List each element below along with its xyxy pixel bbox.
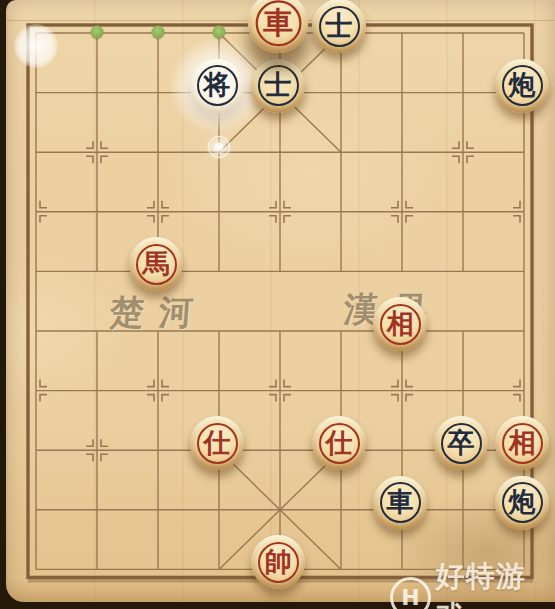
piece-ring: 相 bbox=[502, 423, 543, 464]
piece-ring: 車 bbox=[255, 0, 301, 46]
piece-glyph: 車 bbox=[387, 488, 414, 515]
piece-glyph: 仕 bbox=[204, 429, 231, 456]
watermark-logo-letter: H bbox=[401, 585, 419, 609]
ghost-highlight-circle bbox=[14, 24, 58, 68]
sparkle-effect bbox=[206, 134, 232, 160]
piece-red-elephant[interactable]: 相 bbox=[495, 416, 549, 470]
piece-ring: 馬 bbox=[136, 244, 177, 285]
piece-ring: 車 bbox=[380, 482, 421, 523]
piece-glyph: 馬 bbox=[143, 250, 170, 277]
piece-glyph: 炮 bbox=[509, 488, 536, 515]
piece-ring: 相 bbox=[380, 304, 421, 345]
piece-glyph: 士 bbox=[326, 12, 353, 39]
piece-ring: 仕 bbox=[319, 423, 360, 464]
piece-black-cannon[interactable]: 炮 bbox=[495, 476, 549, 530]
piece-ring: 士 bbox=[319, 6, 360, 47]
piece-black-advisor[interactable]: 士 bbox=[312, 0, 366, 53]
river-label-chu-he: 楚河 bbox=[108, 290, 209, 336]
piece-ring: 仕 bbox=[197, 423, 238, 464]
piece-black-chariot[interactable]: 車 bbox=[373, 476, 427, 530]
piece-glyph: 相 bbox=[509, 429, 536, 456]
piece-ring: 将 bbox=[197, 65, 238, 106]
piece-glyph: 車 bbox=[263, 7, 293, 37]
piece-ring: 炮 bbox=[502, 65, 543, 106]
watermark-logo-icon: H bbox=[390, 577, 431, 609]
piece-glyph: 仕 bbox=[326, 429, 353, 456]
move-target-dot[interactable] bbox=[91, 26, 104, 39]
piece-glyph: 士 bbox=[265, 71, 292, 98]
piece-ring: 炮 bbox=[502, 482, 543, 523]
piece-ring: 帥 bbox=[258, 542, 299, 583]
piece-ring: 士 bbox=[258, 65, 299, 106]
piece-red-advisor[interactable]: 仕 bbox=[312, 416, 366, 470]
piece-black-general[interactable]: 将 bbox=[190, 59, 244, 113]
piece-glyph: 炮 bbox=[509, 71, 536, 98]
piece-glyph: 卒 bbox=[448, 429, 475, 456]
piece-black-soldier[interactable]: 卒 bbox=[434, 416, 488, 470]
piece-red-general[interactable]: 帥 bbox=[251, 535, 305, 589]
piece-red-elephant[interactable]: 相 bbox=[373, 297, 427, 351]
move-target-dot[interactable] bbox=[152, 26, 165, 39]
move-target-dot[interactable] bbox=[213, 26, 226, 39]
watermark-text: 好特游戏 bbox=[436, 557, 555, 609]
piece-red-advisor[interactable]: 仕 bbox=[190, 416, 244, 470]
sparkle-core bbox=[214, 142, 224, 152]
piece-black-advisor[interactable]: 士 bbox=[251, 59, 305, 113]
piece-glyph: 帥 bbox=[265, 548, 292, 575]
piece-glyph: 相 bbox=[387, 310, 414, 337]
piece-glyph: 将 bbox=[204, 71, 231, 98]
piece-red-horse[interactable]: 馬 bbox=[129, 237, 183, 291]
watermark: H 好特游戏 bbox=[390, 557, 555, 609]
piece-ring: 卒 bbox=[441, 423, 482, 464]
piece-black-cannon[interactable]: 炮 bbox=[495, 59, 549, 113]
xiangqi-app: 楚河 漢界 車士将士炮馬相仕仕卒相車炮帥 H 好特游戏 bbox=[0, 0, 555, 609]
